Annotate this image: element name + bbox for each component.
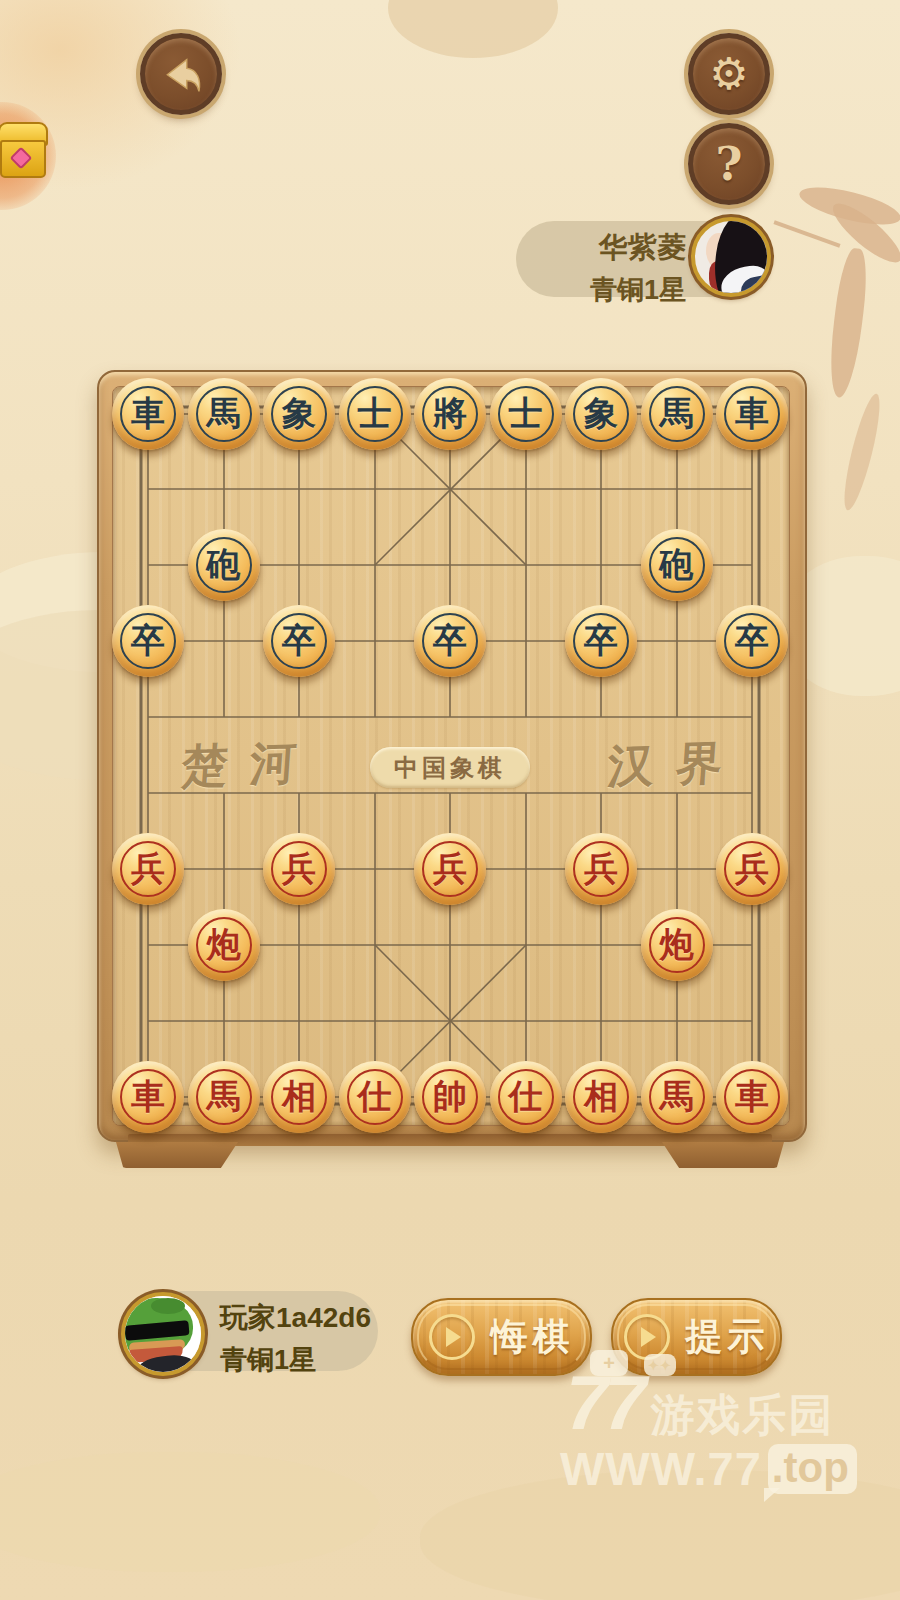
settings-button[interactable]: ⚙ bbox=[688, 33, 770, 115]
bg-cloud-blob bbox=[388, 0, 558, 58]
avatar-pepe-ridge bbox=[151, 1298, 185, 1314]
piece-glyph: 馬 bbox=[188, 378, 260, 450]
gear-icon: ⚙ bbox=[709, 52, 748, 96]
piece-glyph: 象 bbox=[565, 378, 637, 450]
piece-black-士[interactable]: 士 bbox=[490, 378, 562, 450]
river-label-right: 汉界 bbox=[606, 732, 747, 799]
watermark-site-name: 游戏乐园 bbox=[643, 1392, 835, 1438]
undo-button-label: 悔棋 bbox=[491, 1312, 575, 1362]
piece-black-砲[interactable]: 砲 bbox=[188, 529, 260, 601]
help-button[interactable]: ? bbox=[688, 123, 770, 205]
watermark: + ✦✦ 77 游戏乐园 WWW.77 .top bbox=[560, 1356, 880, 1494]
gamepad-icon: ✦✦ bbox=[644, 1354, 676, 1376]
piece-black-馬[interactable]: 馬 bbox=[641, 378, 713, 450]
self-rank: 青铜1星 bbox=[220, 1342, 371, 1378]
piece-glyph: 馬 bbox=[641, 378, 713, 450]
piece-glyph: 仕 bbox=[490, 1061, 562, 1133]
board-center-badge: 中国象棋 bbox=[370, 747, 530, 788]
piece-glyph: 士 bbox=[339, 378, 411, 450]
piece-black-卒[interactable]: 卒 bbox=[112, 605, 184, 677]
self-text: 玩家1a42d6 青铜1星 bbox=[220, 1299, 371, 1378]
watermark-number: 77 bbox=[560, 1368, 643, 1438]
piece-red-仕[interactable]: 仕 bbox=[490, 1061, 562, 1133]
piece-glyph: 兵 bbox=[414, 833, 486, 905]
piece-black-象[interactable]: 象 bbox=[263, 378, 335, 450]
piece-black-卒[interactable]: 卒 bbox=[716, 605, 788, 677]
piece-red-馬[interactable]: 馬 bbox=[641, 1061, 713, 1133]
back-arrow-icon bbox=[158, 51, 204, 97]
bamboo-leaf bbox=[825, 247, 871, 399]
piece-glyph: 相 bbox=[565, 1061, 637, 1133]
watermark-url: WWW.77 bbox=[560, 1445, 762, 1493]
piece-glyph: 馬 bbox=[188, 1061, 260, 1133]
piece-red-兵[interactable]: 兵 bbox=[263, 833, 335, 905]
piece-glyph: 仕 bbox=[339, 1061, 411, 1133]
piece-glyph: 卒 bbox=[414, 605, 486, 677]
bamboo-stem bbox=[773, 220, 840, 248]
piece-glyph: 卒 bbox=[112, 605, 184, 677]
piece-glyph: 卒 bbox=[565, 605, 637, 677]
gamepad-icon: + bbox=[590, 1350, 628, 1376]
piece-glyph: 將 bbox=[414, 378, 486, 450]
opponent-rank: 青铜1星 bbox=[516, 272, 686, 308]
piece-red-車[interactable]: 車 bbox=[112, 1061, 184, 1133]
piece-black-車[interactable]: 車 bbox=[716, 378, 788, 450]
piece-red-車[interactable]: 車 bbox=[716, 1061, 788, 1133]
piece-glyph: 炮 bbox=[188, 909, 260, 981]
piece-black-車[interactable]: 車 bbox=[112, 378, 184, 450]
opponent-text: 华紫菱 青铜1星 bbox=[516, 228, 686, 308]
opponent-avatar[interactable] bbox=[691, 217, 771, 297]
piece-black-卒[interactable]: 卒 bbox=[565, 605, 637, 677]
piece-glyph: 砲 bbox=[188, 529, 260, 601]
watermark-url-suffix: .top bbox=[768, 1444, 857, 1494]
piece-red-炮[interactable]: 炮 bbox=[188, 909, 260, 981]
piece-red-兵[interactable]: 兵 bbox=[716, 833, 788, 905]
piece-glyph: 車 bbox=[716, 378, 788, 450]
self-name: 玩家1a42d6 bbox=[220, 1299, 371, 1337]
piece-glyph: 砲 bbox=[641, 529, 713, 601]
hint-button-label: 提示 bbox=[686, 1312, 770, 1362]
piece-black-士[interactable]: 士 bbox=[339, 378, 411, 450]
watermark-url-row: WWW.77 .top bbox=[560, 1444, 880, 1494]
piece-red-仕[interactable]: 仕 bbox=[339, 1061, 411, 1133]
piece-glyph: 車 bbox=[112, 378, 184, 450]
piece-glyph: 炮 bbox=[641, 909, 713, 981]
piece-red-相[interactable]: 相 bbox=[263, 1061, 335, 1133]
piece-red-相[interactable]: 相 bbox=[565, 1061, 637, 1133]
board-foot-left bbox=[116, 1142, 238, 1168]
xiangqi-game-screen: ⚙ ? 华紫菱 青铜1星 bbox=[0, 0, 900, 1600]
piece-black-卒[interactable]: 卒 bbox=[263, 605, 335, 677]
back-button[interactable] bbox=[140, 33, 222, 115]
piece-glyph: 帥 bbox=[414, 1061, 486, 1133]
piece-red-馬[interactable]: 馬 bbox=[188, 1061, 260, 1133]
piece-black-將[interactable]: 將 bbox=[414, 378, 486, 450]
piece-glyph: 卒 bbox=[263, 605, 335, 677]
watermark-logo-row: + ✦✦ 77 游戏乐园 bbox=[560, 1356, 880, 1438]
piece-black-馬[interactable]: 馬 bbox=[188, 378, 260, 450]
piece-glyph: 相 bbox=[263, 1061, 335, 1133]
river-label-left: 楚河 bbox=[180, 732, 321, 799]
piece-glyph: 兵 bbox=[112, 833, 184, 905]
piece-glyph: 象 bbox=[263, 378, 335, 450]
piece-glyph: 馬 bbox=[641, 1061, 713, 1133]
piece-glyph: 卒 bbox=[716, 605, 788, 677]
question-mark-icon: ? bbox=[716, 141, 743, 187]
piece-red-帥[interactable]: 帥 bbox=[414, 1061, 486, 1133]
opponent-name: 华紫菱 bbox=[516, 228, 686, 268]
piece-red-兵[interactable]: 兵 bbox=[414, 833, 486, 905]
bg-mountain bbox=[0, 1452, 380, 1572]
piece-glyph: 士 bbox=[490, 378, 562, 450]
play-triangle-icon bbox=[429, 1314, 475, 1360]
self-avatar[interactable] bbox=[121, 1292, 205, 1376]
piece-black-砲[interactable]: 砲 bbox=[641, 529, 713, 601]
piece-black-象[interactable]: 象 bbox=[565, 378, 637, 450]
piece-red-兵[interactable]: 兵 bbox=[565, 833, 637, 905]
piece-red-兵[interactable]: 兵 bbox=[112, 833, 184, 905]
piece-red-炮[interactable]: 炮 bbox=[641, 909, 713, 981]
bamboo-leaf bbox=[838, 391, 886, 512]
piece-black-卒[interactable]: 卒 bbox=[414, 605, 486, 677]
piece-glyph: 兵 bbox=[565, 833, 637, 905]
board-foot-right bbox=[662, 1142, 784, 1168]
piece-glyph: 兵 bbox=[716, 833, 788, 905]
piece-glyph: 車 bbox=[716, 1061, 788, 1133]
piece-glyph: 兵 bbox=[263, 833, 335, 905]
piece-glyph: 車 bbox=[112, 1061, 184, 1133]
